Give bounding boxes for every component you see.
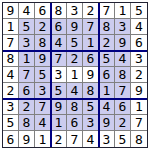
cell-r3c3[interactable]: 8 (35, 35, 51, 51)
cell-r8c4[interactable]: 1 (51, 115, 67, 131)
cell-r1c9[interactable]: 5 (131, 3, 147, 19)
cell-r3c4[interactable]: 4 (51, 35, 67, 51)
cell-r7c2[interactable]: 2 (19, 99, 35, 115)
cell-r9c6[interactable]: 4 (83, 131, 99, 147)
cell-r4c2[interactable]: 1 (19, 51, 35, 67)
cell-r6c9[interactable]: 9 (131, 83, 147, 99)
cell-r3c2[interactable]: 3 (19, 35, 35, 51)
cell-r5c7[interactable]: 6 (99, 67, 115, 83)
cell-r4c4[interactable]: 7 (51, 51, 67, 67)
cell-r3c8[interactable]: 9 (115, 35, 131, 51)
cell-r9c8[interactable]: 5 (115, 131, 131, 147)
cell-r6c3[interactable]: 3 (35, 83, 51, 99)
cell-r1c3[interactable]: 6 (35, 3, 51, 19)
cell-r5c5[interactable]: 1 (67, 67, 83, 83)
box-divider-vertical-2 (98, 3, 100, 147)
cell-r1c1[interactable]: 9 (3, 3, 19, 19)
cell-r9c5[interactable]: 7 (67, 131, 83, 147)
cell-r7c3[interactable]: 7 (35, 99, 51, 115)
cell-r8c5[interactable]: 6 (67, 115, 83, 131)
cell-r8c8[interactable]: 2 (115, 115, 131, 131)
cell-r2c5[interactable]: 9 (67, 19, 83, 35)
cell-r1c5[interactable]: 3 (67, 3, 83, 19)
cell-r7c6[interactable]: 5 (83, 99, 99, 115)
cell-r2c2[interactable]: 5 (19, 19, 35, 35)
cell-r2c1[interactable]: 1 (3, 19, 19, 35)
cell-r5c4[interactable]: 3 (51, 67, 67, 83)
cell-r5c9[interactable]: 2 (131, 67, 147, 83)
cell-r4c8[interactable]: 4 (115, 51, 131, 67)
sudoku-board: 9468327151526978347384512968197265434753… (2, 2, 148, 148)
cell-r6c7[interactable]: 1 (99, 83, 115, 99)
cell-r2c9[interactable]: 4 (131, 19, 147, 35)
cell-r7c9[interactable]: 1 (131, 99, 147, 115)
cell-r1c4[interactable]: 8 (51, 3, 67, 19)
cell-r3c5[interactable]: 5 (67, 35, 83, 51)
cell-r9c9[interactable]: 8 (131, 131, 147, 147)
cell-r5c1[interactable]: 4 (3, 67, 19, 83)
cell-r4c1[interactable]: 8 (3, 51, 19, 67)
cell-r8c3[interactable]: 4 (35, 115, 51, 131)
cell-r5c2[interactable]: 7 (19, 67, 35, 83)
box-divider-horizontal-2 (3, 98, 147, 100)
cell-r2c3[interactable]: 2 (35, 19, 51, 35)
cell-r4c7[interactable]: 5 (99, 51, 115, 67)
cell-r2c6[interactable]: 7 (83, 19, 99, 35)
cell-r8c2[interactable]: 8 (19, 115, 35, 131)
cell-r8c9[interactable]: 7 (131, 115, 147, 131)
cell-r8c6[interactable]: 3 (83, 115, 99, 131)
cell-r9c2[interactable]: 9 (19, 131, 35, 147)
box-divider-horizontal-1 (3, 50, 147, 52)
cell-r3c6[interactable]: 1 (83, 35, 99, 51)
cell-r6c1[interactable]: 2 (3, 83, 19, 99)
cell-r8c7[interactable]: 9 (99, 115, 115, 131)
cell-r4c9[interactable]: 3 (131, 51, 147, 67)
cell-r6c5[interactable]: 4 (67, 83, 83, 99)
cell-r7c7[interactable]: 4 (99, 99, 115, 115)
box-divider-vertical-1 (50, 3, 52, 147)
cell-r3c7[interactable]: 2 (99, 35, 115, 51)
cell-r4c6[interactable]: 6 (83, 51, 99, 67)
cell-r7c1[interactable]: 3 (3, 99, 19, 115)
cell-r6c6[interactable]: 8 (83, 83, 99, 99)
cell-r9c3[interactable]: 1 (35, 131, 51, 147)
cell-r6c2[interactable]: 6 (19, 83, 35, 99)
cell-r9c7[interactable]: 3 (99, 131, 115, 147)
cell-r9c4[interactable]: 2 (51, 131, 67, 147)
cell-r8c1[interactable]: 5 (3, 115, 19, 131)
cell-r5c3[interactable]: 5 (35, 67, 51, 83)
cell-r2c8[interactable]: 3 (115, 19, 131, 35)
cell-r7c8[interactable]: 6 (115, 99, 131, 115)
cell-r5c8[interactable]: 8 (115, 67, 131, 83)
cell-r6c8[interactable]: 7 (115, 83, 131, 99)
cell-r1c8[interactable]: 1 (115, 3, 131, 19)
cell-r1c2[interactable]: 4 (19, 3, 35, 19)
cell-r4c5[interactable]: 2 (67, 51, 83, 67)
cell-r3c9[interactable]: 6 (131, 35, 147, 51)
cell-r9c1[interactable]: 6 (3, 131, 19, 147)
cell-r2c4[interactable]: 6 (51, 19, 67, 35)
cell-r5c6[interactable]: 9 (83, 67, 99, 83)
cell-r7c5[interactable]: 8 (67, 99, 83, 115)
cell-r2c7[interactable]: 8 (99, 19, 115, 35)
cell-r7c4[interactable]: 9 (51, 99, 67, 115)
cell-r6c4[interactable]: 5 (51, 83, 67, 99)
cell-r4c3[interactable]: 9 (35, 51, 51, 67)
cell-r1c7[interactable]: 7 (99, 3, 115, 19)
cell-r1c6[interactable]: 2 (83, 3, 99, 19)
cell-r3c1[interactable]: 7 (3, 35, 19, 51)
